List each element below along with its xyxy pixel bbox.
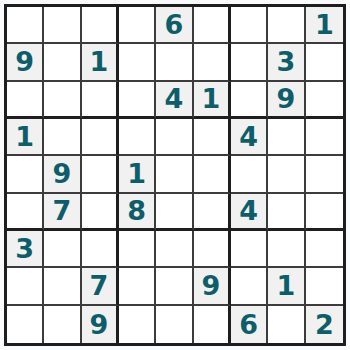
cell-r3c8: 9 [268,82,305,119]
cell-r2c6[interactable] [194,44,231,81]
cell-r2c8: 3 [268,44,305,81]
cell-r6c5[interactable] [156,194,193,231]
cell-r5c4: 1 [119,156,156,193]
cell-r6c4: 8 [119,194,156,231]
cell-r2c4[interactable] [119,44,156,81]
cell-r2c9[interactable] [306,44,343,81]
cell-r4c8[interactable] [268,119,305,156]
cell-r2c1: 9 [7,44,44,81]
cell-r7c5[interactable] [156,231,193,268]
cell-r3c2[interactable] [44,82,81,119]
cell-r4c7: 4 [231,119,268,156]
cell-r1c8[interactable] [268,7,305,44]
cell-r5c5[interactable] [156,156,193,193]
cell-r7c2[interactable] [44,231,81,268]
cell-r9c8[interactable] [268,306,305,343]
cell-r8c7[interactable] [231,268,268,305]
cell-r7c8[interactable] [268,231,305,268]
cell-r1c6[interactable] [194,7,231,44]
cell-r1c3[interactable] [82,7,119,44]
cell-r6c7: 4 [231,194,268,231]
cell-r5c6[interactable] [194,156,231,193]
cell-r4c5[interactable] [156,119,193,156]
cell-r7c4[interactable] [119,231,156,268]
cell-r9c3: 9 [82,306,119,343]
cell-r8c3: 7 [82,268,119,305]
cell-r8c9[interactable] [306,268,343,305]
cell-r2c3: 1 [82,44,119,81]
cell-r8c2[interactable] [44,268,81,305]
cell-r1c4[interactable] [119,7,156,44]
cell-r5c1[interactable] [7,156,44,193]
cell-r9c6[interactable] [194,306,231,343]
cell-r5c9[interactable] [306,156,343,193]
cell-r4c2[interactable] [44,119,81,156]
cell-r9c9: 2 [306,306,343,343]
cell-r4c1: 1 [7,119,44,156]
cell-r9c5[interactable] [156,306,193,343]
cell-r4c4[interactable] [119,119,156,156]
cell-r1c9: 1 [306,7,343,44]
cell-r3c4[interactable] [119,82,156,119]
cell-r7c9[interactable] [306,231,343,268]
cell-r3c9[interactable] [306,82,343,119]
cell-r4c6[interactable] [194,119,231,156]
cell-r7c6[interactable] [194,231,231,268]
sudoku-board: 6191341914917843791962 [4,4,346,346]
cell-r8c6: 9 [194,268,231,305]
cell-r8c4[interactable] [119,268,156,305]
cell-r1c2[interactable] [44,7,81,44]
cell-r1c5: 6 [156,7,193,44]
cell-r9c4[interactable] [119,306,156,343]
cell-r6c8[interactable] [268,194,305,231]
cell-r3c1[interactable] [7,82,44,119]
cell-r4c9[interactable] [306,119,343,156]
cell-r8c1[interactable] [7,268,44,305]
cell-r6c2: 7 [44,194,81,231]
cell-r3c7[interactable] [231,82,268,119]
cell-r6c1[interactable] [7,194,44,231]
cell-r8c8: 1 [268,268,305,305]
cell-r1c1[interactable] [7,7,44,44]
cell-r5c7[interactable] [231,156,268,193]
cell-r2c5[interactable] [156,44,193,81]
cell-r3c6: 1 [194,82,231,119]
cell-r3c3[interactable] [82,82,119,119]
cell-r5c3[interactable] [82,156,119,193]
cell-r5c2: 9 [44,156,81,193]
cell-r7c7[interactable] [231,231,268,268]
cell-r2c2[interactable] [44,44,81,81]
cell-r4c3[interactable] [82,119,119,156]
cell-r5c8[interactable] [268,156,305,193]
cell-r6c6[interactable] [194,194,231,231]
cell-r9c1[interactable] [7,306,44,343]
cell-r6c9[interactable] [306,194,343,231]
cell-r9c2[interactable] [44,306,81,343]
cell-r2c7[interactable] [231,44,268,81]
cell-r7c3[interactable] [82,231,119,268]
cell-r7c1: 3 [7,231,44,268]
cell-r3c5: 4 [156,82,193,119]
cell-r1c7[interactable] [231,7,268,44]
cell-r9c7: 6 [231,306,268,343]
cell-r6c3[interactable] [82,194,119,231]
cell-r8c5[interactable] [156,268,193,305]
